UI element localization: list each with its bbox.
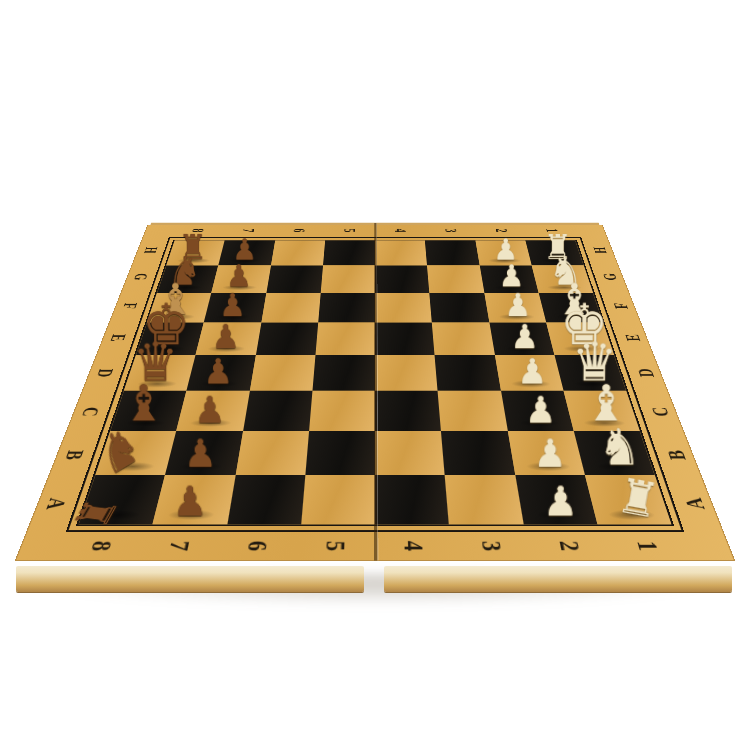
square-b6 — [235, 431, 309, 475]
square-a1: ♜ — [585, 475, 672, 525]
square-h3 — [425, 241, 479, 266]
rank-label-far-4: 4 — [388, 219, 414, 243]
square-h5 — [323, 241, 375, 266]
square-g4 — [375, 266, 429, 293]
dark-pawn-e7: ♟ — [196, 320, 256, 353]
square-d6 — [249, 355, 315, 391]
square-b2: ♟ — [507, 431, 584, 475]
square-a5 — [301, 475, 375, 525]
square-c6 — [243, 391, 313, 431]
square-c3 — [438, 391, 508, 431]
light-pawn-b2: ♟ — [514, 434, 584, 473]
rank-label-far-6: 6 — [285, 219, 313, 243]
square-c4 — [375, 391, 441, 431]
square-e5 — [315, 322, 375, 355]
dark-pawn-c7: ♟ — [177, 392, 243, 429]
square-d3 — [435, 355, 501, 391]
dark-pawn-b7: ♟ — [166, 434, 236, 473]
dark-pawn-d7: ♟ — [187, 354, 250, 389]
light-pawn-f2: ♟ — [489, 289, 546, 321]
square-g3 — [427, 266, 484, 293]
square-d2: ♟ — [495, 355, 564, 391]
light-pawn-d2: ♟ — [500, 354, 563, 389]
square-f5 — [318, 293, 375, 323]
square-b3 — [441, 431, 515, 475]
square-a7: ♟ — [153, 475, 235, 525]
square-a3 — [445, 475, 523, 525]
square-a4 — [375, 475, 449, 525]
square-b5 — [305, 431, 375, 475]
square-a2: ♟ — [515, 475, 597, 525]
light-pawn-e2: ♟ — [494, 320, 554, 353]
square-e3 — [432, 322, 495, 355]
square-f6 — [261, 293, 321, 323]
dark-pawn-a7: ♟ — [153, 481, 227, 522]
board-side-face-right-half — [384, 566, 732, 592]
perspective-scene: 87654321 87654321 HGFEDCBA HGFEDCBA ♜♟♟♜… — [0, 0, 750, 750]
square-c5 — [309, 391, 375, 431]
photo-background: 87654321 87654321 HGFEDCBA HGFEDCBA ♜♟♟♜… — [0, 0, 750, 750]
square-g5 — [321, 266, 375, 293]
light-knight-b1: ♞ — [584, 422, 654, 472]
square-b4 — [375, 431, 445, 475]
square-d4 — [375, 355, 438, 391]
rank-label-far-5: 5 — [337, 219, 363, 243]
dark-pawn-f7: ♟ — [204, 289, 261, 321]
square-f4 — [375, 293, 432, 323]
square-h6 — [271, 241, 325, 266]
board-side-face-left-half — [16, 566, 364, 592]
square-d7: ♟ — [187, 355, 256, 391]
square-g6 — [266, 266, 323, 293]
square-c2: ♟ — [501, 391, 574, 431]
rank-label-far-3: 3 — [437, 219, 465, 243]
square-h4 — [375, 241, 427, 266]
square-f3 — [429, 293, 489, 323]
square-a6 — [227, 475, 305, 525]
chess-board: 87654321 87654321 HGFEDCBA HGFEDCBA ♜♟♟♜… — [15, 225, 736, 561]
light-pawn-a2: ♟ — [523, 481, 597, 522]
square-e6 — [255, 322, 318, 355]
square-c7: ♟ — [177, 391, 250, 431]
square-d5 — [312, 355, 375, 391]
square-b7: ♟ — [165, 431, 242, 475]
square-e4 — [375, 322, 435, 355]
light-pawn-c2: ♟ — [507, 392, 573, 429]
